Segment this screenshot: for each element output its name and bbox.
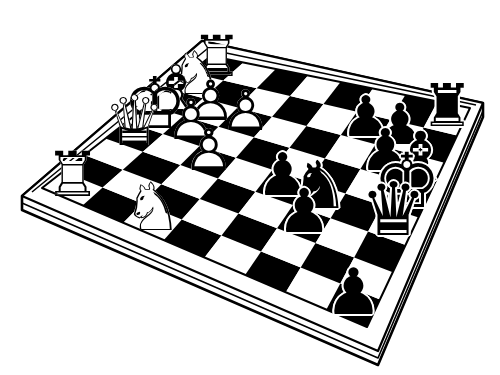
piece-black-pawn[interactable]: ♟ <box>289 260 417 324</box>
piece-white-knight[interactable]: ♞♘ <box>86 174 220 241</box>
chess-illustration: chessboard clipart in perspective, white… <box>0 0 500 375</box>
piece-glyph-outline: ♘ <box>86 174 220 241</box>
piece-black-queen[interactable]: ♛ <box>320 172 468 246</box>
